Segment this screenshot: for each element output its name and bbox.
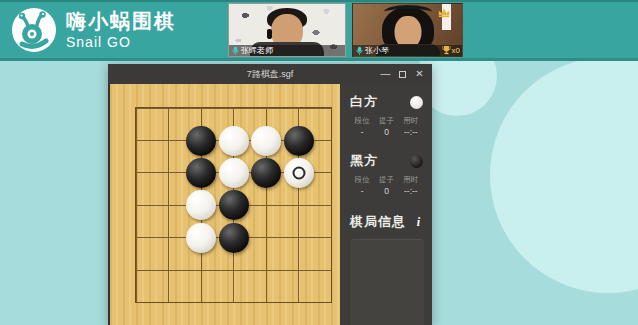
white-stone bbox=[284, 158, 314, 188]
white-rank-stat: 段位 - bbox=[350, 116, 374, 137]
stat-value: 0 bbox=[374, 127, 398, 137]
board-cell[interactable] bbox=[153, 157, 186, 189]
game-info-title: 棋局信息 bbox=[350, 213, 406, 231]
headphones-cup-icon bbox=[385, 22, 392, 35]
board-cell[interactable] bbox=[218, 157, 251, 189]
stat-value: 0 bbox=[374, 186, 398, 196]
board-cell[interactable] bbox=[120, 286, 153, 318]
board-cell[interactable] bbox=[315, 157, 340, 189]
stat-label: 提子 bbox=[374, 116, 398, 126]
board-cell[interactable] bbox=[283, 189, 316, 221]
stat-value: - bbox=[350, 127, 374, 137]
black-time-stat: 用时 --:-- bbox=[399, 175, 423, 196]
board-cell[interactable] bbox=[218, 189, 251, 221]
board-cell[interactable] bbox=[120, 222, 153, 254]
student-video[interactable]: 张小琴 x0 bbox=[352, 3, 463, 57]
background-circle bbox=[490, 57, 638, 293]
snail-logo bbox=[12, 8, 56, 52]
app-root: 嗨小蜗围棋 Snail GO 张晖老师 bbox=[0, 0, 638, 325]
video-name-bar: 张晖老师 bbox=[229, 45, 345, 56]
board-cell[interactable] bbox=[185, 286, 218, 318]
teacher-name: 张晖老师 bbox=[241, 46, 273, 56]
board-cell[interactable] bbox=[283, 157, 316, 189]
white-stone bbox=[219, 158, 249, 188]
stat-label: 用时 bbox=[399, 116, 423, 126]
headphones-band-icon bbox=[384, 5, 432, 19]
white-player-label: 白方 bbox=[350, 93, 378, 111]
board-cell[interactable] bbox=[250, 157, 283, 189]
board-cell[interactable] bbox=[120, 124, 153, 156]
board-cell[interactable] bbox=[283, 254, 316, 286]
black-stone-icon bbox=[410, 155, 423, 168]
game-info-header[interactable]: 棋局信息 i bbox=[350, 213, 423, 231]
stat-label: 段位 bbox=[350, 116, 374, 126]
black-player-section: 黑方 段位 - 提子 0 用时 bbox=[350, 152, 423, 196]
board-cell[interactable] bbox=[120, 157, 153, 189]
board-cell[interactable] bbox=[120, 189, 153, 221]
board-cell[interactable] bbox=[120, 254, 153, 286]
board-cell[interactable] bbox=[185, 157, 218, 189]
black-player-label: 黑方 bbox=[350, 152, 378, 170]
stat-value: --:-- bbox=[399, 186, 423, 196]
board-cell[interactable] bbox=[283, 222, 316, 254]
header: 嗨小蜗围棋 Snail GO 张晖老师 bbox=[0, 0, 638, 61]
microphone-icon bbox=[356, 46, 363, 56]
white-captures-stat: 提子 0 bbox=[374, 116, 398, 137]
board-cell[interactable] bbox=[250, 189, 283, 221]
board-cell[interactable] bbox=[218, 124, 251, 156]
trophy-icon bbox=[442, 45, 451, 55]
board-area bbox=[108, 84, 340, 325]
board-cell[interactable] bbox=[120, 92, 153, 124]
trophy-counter: x0 bbox=[442, 45, 460, 55]
board-cell[interactable] bbox=[250, 92, 283, 124]
board-cell[interactable] bbox=[185, 189, 218, 221]
black-stone bbox=[251, 158, 281, 188]
black-stone bbox=[186, 126, 216, 156]
white-stone bbox=[186, 190, 216, 220]
board-window: 7路棋盘.sgf — ✕ 白方 段位 bbox=[108, 64, 432, 325]
teacher-video[interactable]: 张晖老师 bbox=[228, 3, 346, 57]
stat-label: 段位 bbox=[350, 175, 374, 185]
goban[interactable] bbox=[120, 92, 340, 319]
black-stone bbox=[284, 126, 314, 156]
black-stone bbox=[219, 223, 249, 253]
board-cell[interactable] bbox=[153, 254, 186, 286]
sidebar: 白方 段位 - 提子 0 用时 bbox=[340, 84, 432, 325]
stat-label: 提子 bbox=[374, 175, 398, 185]
board-cell[interactable] bbox=[250, 254, 283, 286]
stat-label: 用时 bbox=[399, 175, 423, 185]
board-cell[interactable] bbox=[153, 286, 186, 318]
white-stone bbox=[251, 126, 281, 156]
board-cell[interactable] bbox=[315, 92, 340, 124]
board-cell[interactable] bbox=[315, 254, 340, 286]
stat-value: - bbox=[350, 186, 374, 196]
board-cell[interactable] bbox=[185, 254, 218, 286]
trophy-count: x0 bbox=[452, 46, 460, 55]
board-cell[interactable] bbox=[153, 222, 186, 254]
board-cell[interactable] bbox=[315, 286, 340, 318]
board-cell[interactable] bbox=[315, 222, 340, 254]
info-icon[interactable]: i bbox=[417, 215, 423, 230]
white-time-stat: 用时 --:-- bbox=[399, 116, 423, 137]
headset-icon bbox=[267, 29, 272, 39]
board-cell[interactable] bbox=[185, 92, 218, 124]
white-stone-icon bbox=[410, 96, 423, 109]
board-cell[interactable] bbox=[218, 286, 251, 318]
window-titlebar[interactable]: 7路棋盘.sgf — ✕ bbox=[108, 64, 432, 84]
stat-value: --:-- bbox=[399, 127, 423, 137]
maximize-button[interactable] bbox=[394, 64, 411, 84]
board-cell[interactable] bbox=[283, 92, 316, 124]
white-stone bbox=[219, 126, 249, 156]
board-cell[interactable] bbox=[153, 92, 186, 124]
app-title-en: Snail GO bbox=[66, 33, 176, 51]
headphones-cup-icon bbox=[424, 22, 431, 35]
brand: 嗨小蜗围棋 Snail GO bbox=[66, 9, 176, 51]
student-name: 张小琴 bbox=[365, 46, 389, 56]
window-body: 白方 段位 - 提子 0 用时 bbox=[108, 84, 432, 325]
last-move-marker bbox=[292, 166, 305, 179]
board-cell[interactable] bbox=[250, 286, 283, 318]
window-title: 7路棋盘.sgf bbox=[247, 68, 294, 81]
board-cell[interactable] bbox=[153, 189, 186, 221]
board-cell[interactable] bbox=[185, 222, 218, 254]
board-cell[interactable] bbox=[250, 222, 283, 254]
black-stone bbox=[186, 158, 216, 188]
white-player-section: 白方 段位 - 提子 0 用时 bbox=[350, 93, 423, 137]
black-rank-stat: 段位 - bbox=[350, 175, 374, 196]
board-cell[interactable] bbox=[315, 124, 340, 156]
board-cell[interactable] bbox=[250, 124, 283, 156]
app-title-cn: 嗨小蜗围棋 bbox=[66, 9, 176, 33]
minimize-button[interactable]: — bbox=[377, 64, 394, 84]
board-cell[interactable] bbox=[218, 92, 251, 124]
window-controls: — ✕ bbox=[377, 64, 428, 84]
close-button[interactable]: ✕ bbox=[411, 64, 428, 84]
microphone-icon bbox=[232, 46, 239, 56]
black-stone bbox=[219, 190, 249, 220]
board-cell[interactable] bbox=[218, 222, 251, 254]
snail-icon bbox=[12, 8, 56, 52]
crown-icon bbox=[438, 4, 450, 22]
black-captures-stat: 提子 0 bbox=[374, 175, 398, 196]
board-cell[interactable] bbox=[153, 124, 186, 156]
board-cell[interactable] bbox=[218, 254, 251, 286]
white-stone bbox=[186, 223, 216, 253]
game-info-panel bbox=[350, 239, 424, 325]
board-cell[interactable] bbox=[283, 124, 316, 156]
board-cell[interactable] bbox=[315, 189, 340, 221]
board-cell[interactable] bbox=[185, 124, 218, 156]
board-cell[interactable] bbox=[283, 286, 316, 318]
